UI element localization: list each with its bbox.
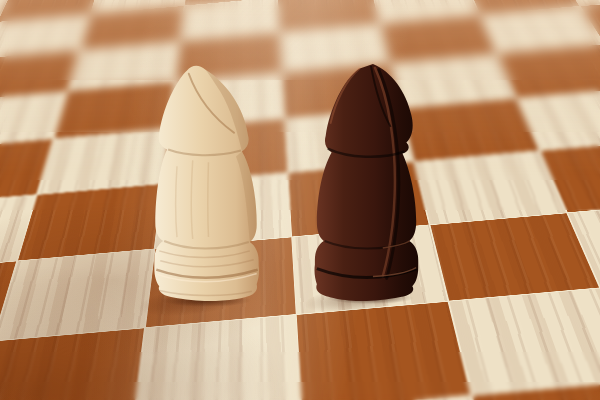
black-bishop-piece[interactable]	[313, 58, 425, 304]
black-bishop-body	[314, 64, 418, 301]
white-bishop-piece[interactable]	[146, 58, 267, 304]
chessboard-photo: White and black hand-carved wooden chess…	[0, 0, 600, 400]
